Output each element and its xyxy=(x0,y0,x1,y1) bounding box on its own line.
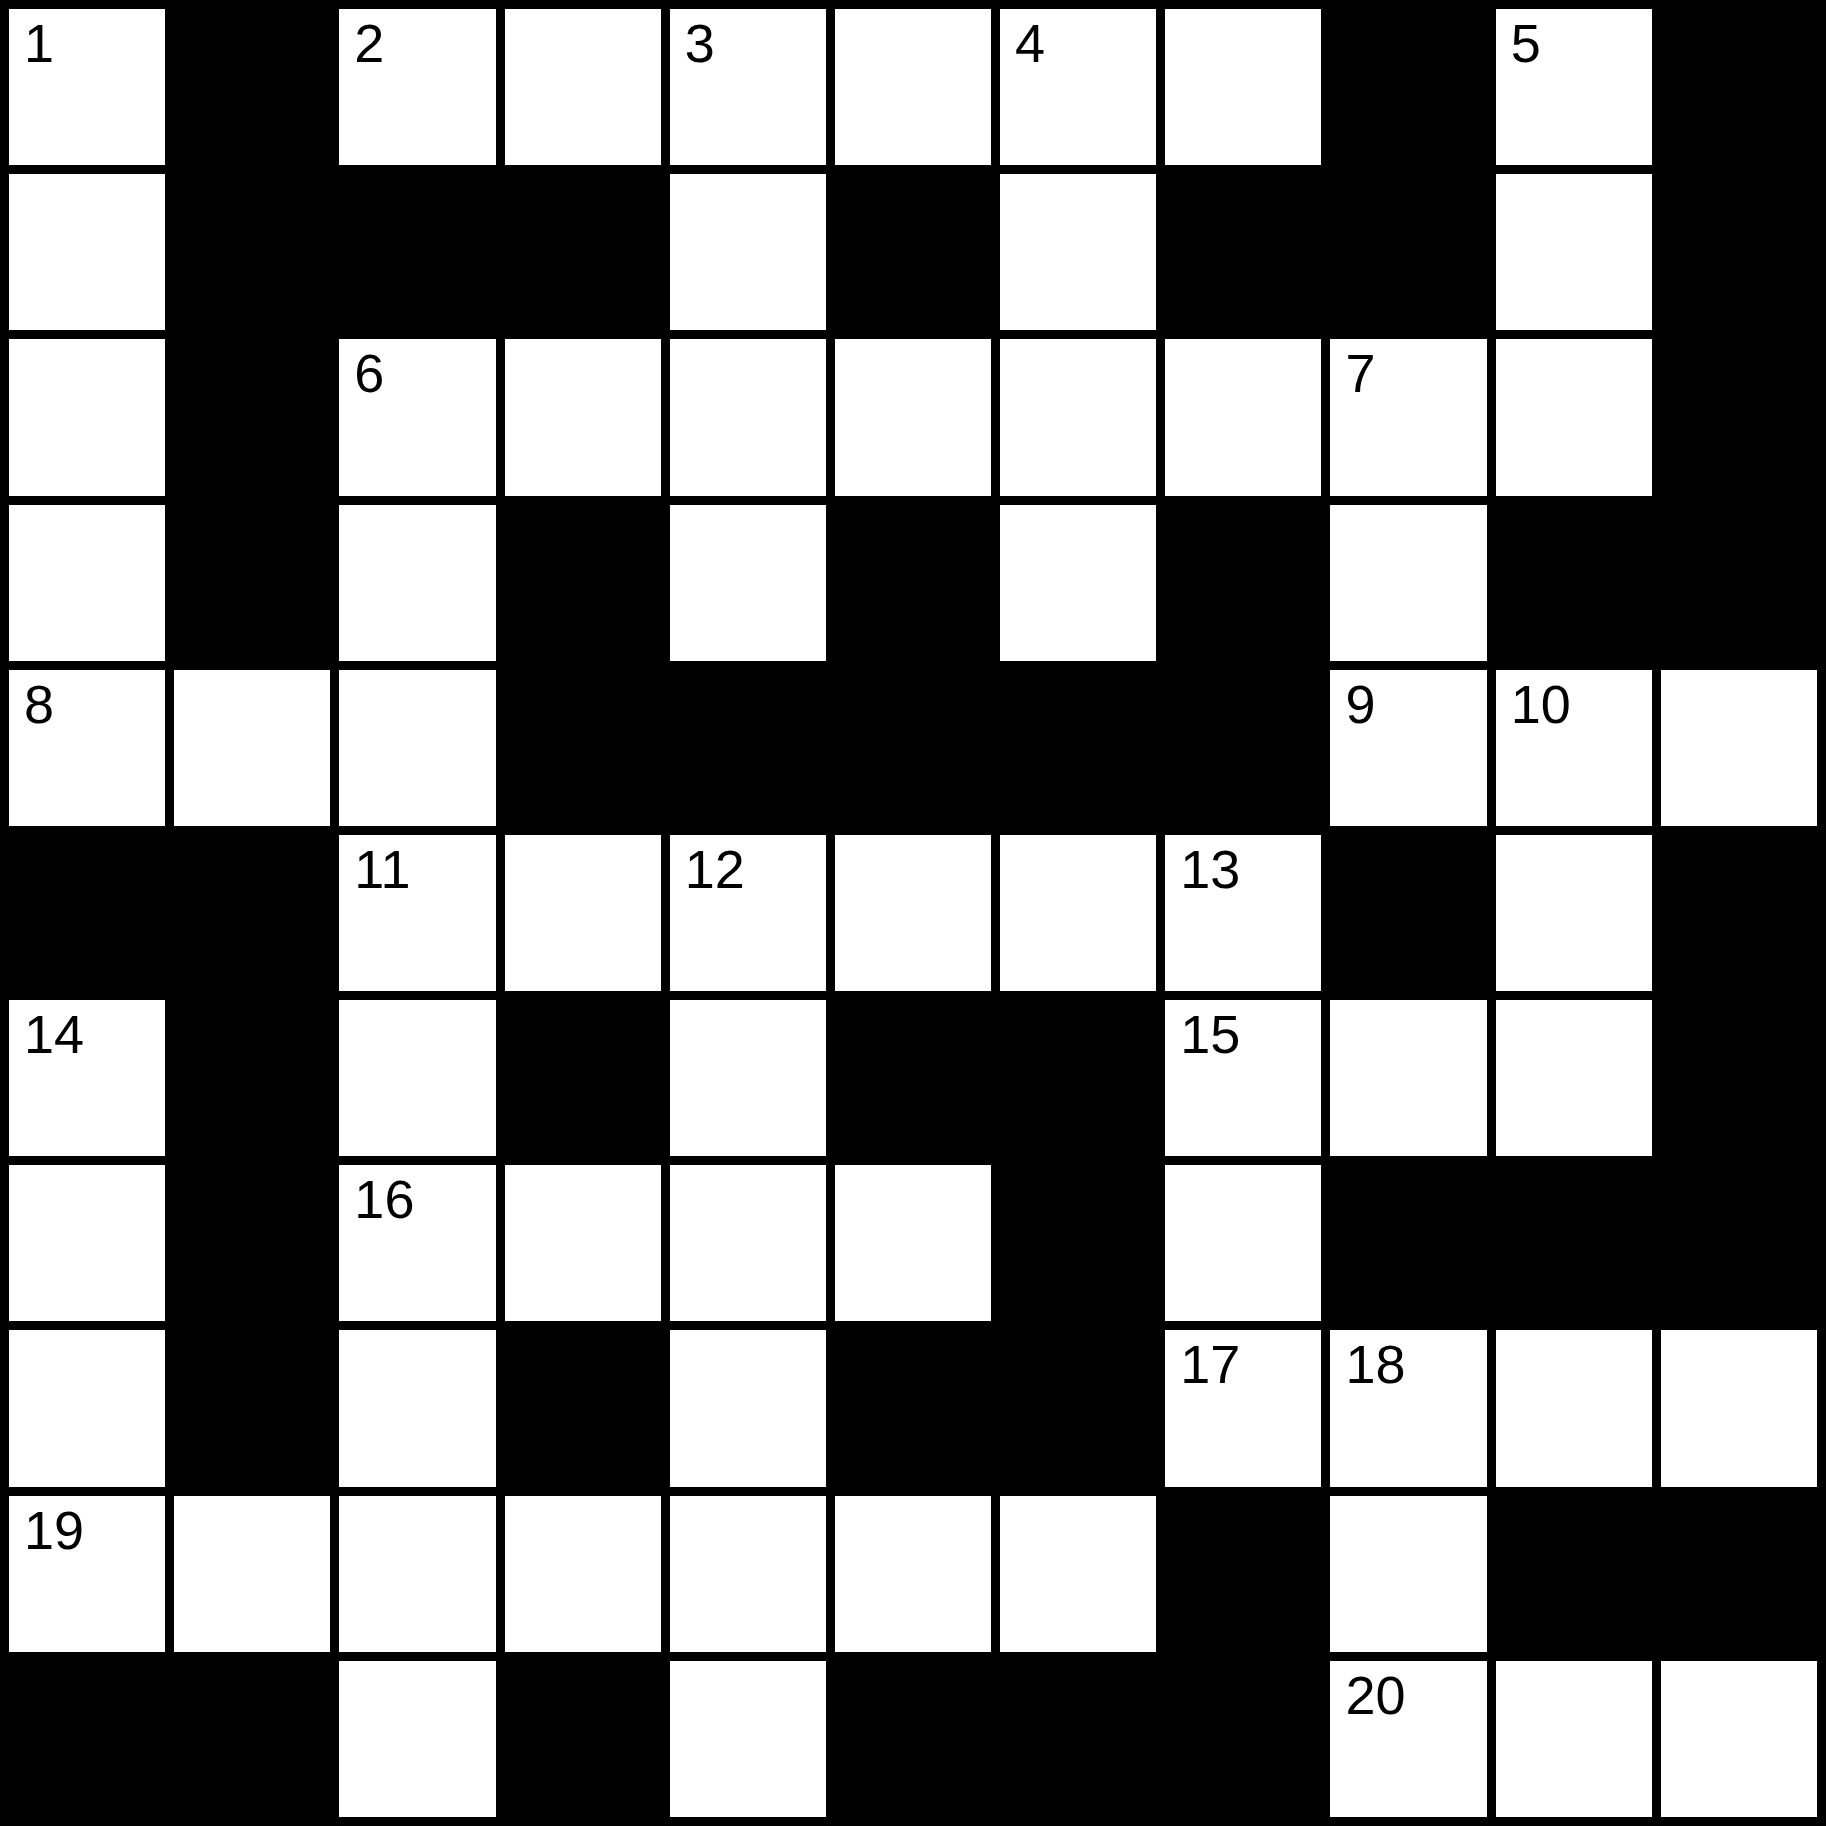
cell-5-5[interactable] xyxy=(835,835,991,991)
clue-number-1: 1 xyxy=(24,15,54,72)
cell-3-8[interactable] xyxy=(1330,505,1486,661)
cell-3-0[interactable] xyxy=(9,505,165,661)
block-6-5 xyxy=(835,1000,991,1156)
block-5-0 xyxy=(9,835,165,991)
crossword-board: 1234567891011121314151617181920 xyxy=(0,0,1826,1826)
cell-6-8[interactable] xyxy=(1330,1000,1486,1156)
cell-2-9[interactable] xyxy=(1496,339,1652,495)
cell-3-2[interactable] xyxy=(339,505,495,661)
cell-3-6[interactable] xyxy=(1000,505,1156,661)
cell-10-8[interactable]: 20 xyxy=(1330,1661,1486,1817)
block-10-3 xyxy=(505,1661,661,1817)
clue-number-12: 12 xyxy=(685,841,745,898)
block-9-10 xyxy=(1661,1496,1817,1652)
cell-4-8[interactable]: 9 xyxy=(1330,670,1486,826)
block-8-6 xyxy=(1000,1330,1156,1486)
block-10-0 xyxy=(9,1661,165,1817)
clue-number-7: 7 xyxy=(1345,345,1375,402)
cell-1-4[interactable] xyxy=(670,174,826,330)
block-7-10 xyxy=(1661,1165,1817,1321)
cell-5-7[interactable]: 13 xyxy=(1165,835,1321,991)
cell-1-9[interactable] xyxy=(1496,174,1652,330)
block-4-3 xyxy=(505,670,661,826)
clue-number-4: 4 xyxy=(1015,15,1045,72)
block-0-1 xyxy=(174,9,330,165)
cell-0-7[interactable] xyxy=(1165,9,1321,165)
cell-1-0[interactable] xyxy=(9,174,165,330)
block-1-7 xyxy=(1165,174,1321,330)
cell-0-2[interactable]: 2 xyxy=(339,9,495,165)
clue-number-14: 14 xyxy=(24,1006,84,1063)
cell-7-2[interactable]: 16 xyxy=(339,1165,495,1321)
cell-9-2[interactable] xyxy=(339,1496,495,1652)
clue-number-2: 2 xyxy=(354,15,384,72)
block-5-1 xyxy=(174,835,330,991)
cell-6-7[interactable]: 15 xyxy=(1165,1000,1321,1156)
cell-6-4[interactable] xyxy=(670,1000,826,1156)
block-6-10 xyxy=(1661,1000,1817,1156)
cell-5-4[interactable]: 12 xyxy=(670,835,826,991)
cell-8-10[interactable] xyxy=(1661,1330,1817,1486)
cell-6-2[interactable] xyxy=(339,1000,495,1156)
block-10-7 xyxy=(1165,1661,1321,1817)
cell-7-4[interactable] xyxy=(670,1165,826,1321)
cell-2-6[interactable] xyxy=(1000,339,1156,495)
cell-4-10[interactable] xyxy=(1661,670,1817,826)
cell-9-5[interactable] xyxy=(835,1496,991,1652)
cell-9-6[interactable] xyxy=(1000,1496,1156,1652)
cell-10-4[interactable] xyxy=(670,1661,826,1817)
block-10-1 xyxy=(174,1661,330,1817)
block-7-1 xyxy=(174,1165,330,1321)
clue-number-15: 15 xyxy=(1180,1006,1240,1063)
cell-8-8[interactable]: 18 xyxy=(1330,1330,1486,1486)
block-3-7 xyxy=(1165,505,1321,661)
block-8-5 xyxy=(835,1330,991,1486)
clue-number-6: 6 xyxy=(354,345,384,402)
cell-9-4[interactable] xyxy=(670,1496,826,1652)
cell-0-5[interactable] xyxy=(835,9,991,165)
block-7-8 xyxy=(1330,1165,1486,1321)
cell-7-0[interactable] xyxy=(9,1165,165,1321)
cell-9-3[interactable] xyxy=(505,1496,661,1652)
cell-6-0[interactable]: 14 xyxy=(9,1000,165,1156)
cell-5-3[interactable] xyxy=(505,835,661,991)
cell-8-2[interactable] xyxy=(339,1330,495,1486)
block-2-1 xyxy=(174,339,330,495)
cell-0-3[interactable] xyxy=(505,9,661,165)
cell-0-0[interactable]: 1 xyxy=(9,9,165,165)
cell-4-1[interactable] xyxy=(174,670,330,826)
block-4-5 xyxy=(835,670,991,826)
block-6-3 xyxy=(505,1000,661,1156)
block-3-3 xyxy=(505,505,661,661)
block-1-2 xyxy=(339,174,495,330)
block-5-10 xyxy=(1661,835,1817,991)
block-4-4 xyxy=(670,670,826,826)
clue-number-13: 13 xyxy=(1180,841,1240,898)
clue-number-8: 8 xyxy=(24,676,54,733)
clue-number-11: 11 xyxy=(354,841,410,898)
cell-0-6[interactable]: 4 xyxy=(1000,9,1156,165)
block-9-7 xyxy=(1165,1496,1321,1652)
cell-9-0[interactable]: 19 xyxy=(9,1496,165,1652)
block-0-10 xyxy=(1661,9,1817,165)
cell-0-9[interactable]: 5 xyxy=(1496,9,1652,165)
cell-8-0[interactable] xyxy=(9,1330,165,1486)
cell-5-9[interactable] xyxy=(1496,835,1652,991)
block-0-8 xyxy=(1330,9,1486,165)
cell-9-1[interactable] xyxy=(174,1496,330,1652)
block-5-8 xyxy=(1330,835,1486,991)
cell-10-2[interactable] xyxy=(339,1661,495,1817)
cell-3-4[interactable] xyxy=(670,505,826,661)
block-8-3 xyxy=(505,1330,661,1486)
cell-5-6[interactable] xyxy=(1000,835,1156,991)
clue-number-18: 18 xyxy=(1345,1336,1405,1393)
cell-8-9[interactable] xyxy=(1496,1330,1652,1486)
cell-8-7[interactable]: 17 xyxy=(1165,1330,1321,1486)
cell-7-7[interactable] xyxy=(1165,1165,1321,1321)
block-1-8 xyxy=(1330,174,1486,330)
cell-2-2[interactable]: 6 xyxy=(339,339,495,495)
clue-number-16: 16 xyxy=(354,1171,414,1228)
block-3-9 xyxy=(1496,505,1652,661)
cell-2-0[interactable] xyxy=(9,339,165,495)
block-7-6 xyxy=(1000,1165,1156,1321)
block-6-6 xyxy=(1000,1000,1156,1156)
cell-10-10[interactable] xyxy=(1661,1661,1817,1817)
cell-2-8[interactable]: 7 xyxy=(1330,339,1486,495)
cell-7-3[interactable] xyxy=(505,1165,661,1321)
clue-number-5: 5 xyxy=(1511,15,1541,72)
cell-2-4[interactable] xyxy=(670,339,826,495)
cell-9-8[interactable] xyxy=(1330,1496,1486,1652)
block-2-10 xyxy=(1661,339,1817,495)
clue-number-9: 9 xyxy=(1345,676,1375,733)
block-3-1 xyxy=(174,505,330,661)
block-10-5 xyxy=(835,1661,991,1817)
block-3-5 xyxy=(835,505,991,661)
cell-10-9[interactable] xyxy=(1496,1661,1652,1817)
cell-4-0[interactable]: 8 xyxy=(9,670,165,826)
cell-6-9[interactable] xyxy=(1496,1000,1652,1156)
block-10-6 xyxy=(1000,1661,1156,1817)
block-1-5 xyxy=(835,174,991,330)
clue-number-17: 17 xyxy=(1180,1336,1240,1393)
block-8-1 xyxy=(174,1330,330,1486)
block-1-3 xyxy=(505,174,661,330)
clue-number-3: 3 xyxy=(685,15,715,72)
cell-8-4[interactable] xyxy=(670,1330,826,1486)
cell-2-3[interactable] xyxy=(505,339,661,495)
clue-number-19: 19 xyxy=(24,1502,84,1559)
block-1-1 xyxy=(174,174,330,330)
cell-5-2[interactable]: 11 xyxy=(339,835,495,991)
block-3-10 xyxy=(1661,505,1817,661)
cell-1-6[interactable] xyxy=(1000,174,1156,330)
cell-4-9[interactable]: 10 xyxy=(1496,670,1652,826)
block-9-9 xyxy=(1496,1496,1652,1652)
block-6-1 xyxy=(174,1000,330,1156)
clue-number-20: 20 xyxy=(1345,1667,1405,1724)
cell-2-7[interactable] xyxy=(1165,339,1321,495)
clue-number-10: 10 xyxy=(1511,676,1571,733)
cell-7-5[interactable] xyxy=(835,1165,991,1321)
block-7-9 xyxy=(1496,1165,1652,1321)
cell-4-2[interactable] xyxy=(339,670,495,826)
cell-2-5[interactable] xyxy=(835,339,991,495)
block-4-6 xyxy=(1000,670,1156,826)
block-4-7 xyxy=(1165,670,1321,826)
block-1-10 xyxy=(1661,174,1817,330)
cell-0-4[interactable]: 3 xyxy=(670,9,826,165)
